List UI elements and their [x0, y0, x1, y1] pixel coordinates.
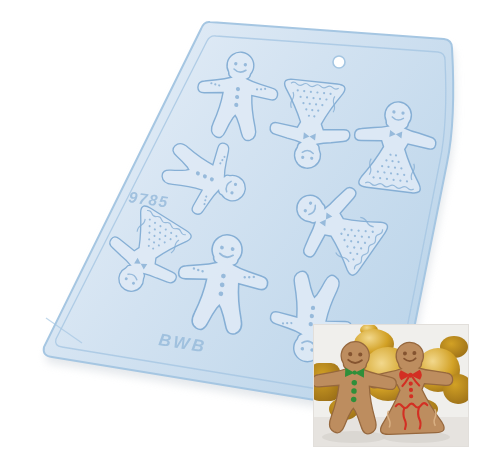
hanging-hole	[333, 56, 345, 68]
floor-shadow	[322, 431, 386, 443]
finished-chocolates-photo	[313, 324, 469, 447]
product-photo: 9785 BWB	[0, 0, 500, 471]
inset-photo-scene	[314, 325, 468, 446]
